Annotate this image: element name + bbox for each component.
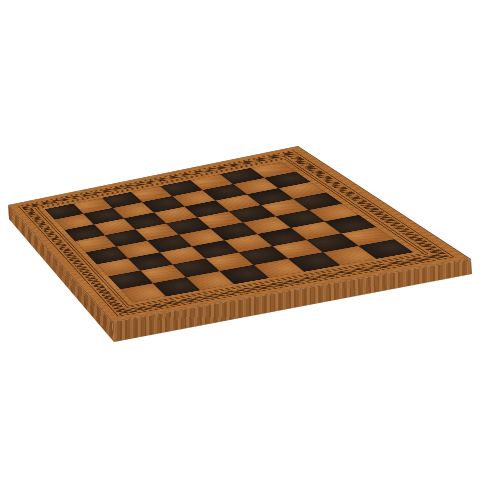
product-photo-background	[0, 0, 480, 480]
